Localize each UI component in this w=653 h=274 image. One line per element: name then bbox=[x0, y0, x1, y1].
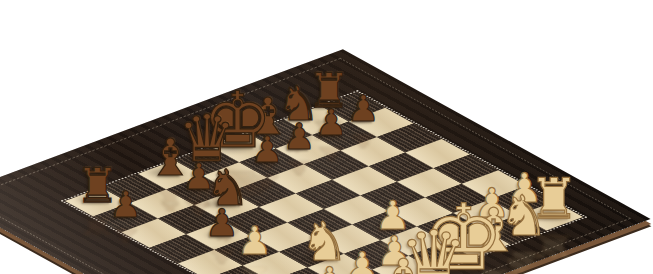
black-pawn-a7: ♟ bbox=[110, 187, 142, 223]
black-pawn-h7: ♟ bbox=[347, 92, 379, 128]
pieces-layer: ♜♝♛♚♝♞♜♟♟♟♟♟♟♞♟♟♞♟♟♟♟♟♟♟♜♝♛♚♝♞♜ bbox=[0, 0, 653, 274]
white-pawn-b4: ♟ bbox=[237, 222, 272, 261]
black-pawn-e7: ♟ bbox=[251, 133, 283, 169]
black-pawn-b5: ♟ bbox=[205, 205, 239, 243]
white-pawn-c2: ♟ bbox=[344, 246, 380, 274]
black-pawn-f7: ♟ bbox=[283, 119, 315, 155]
white-pawn-b2: ♟ bbox=[311, 262, 347, 274]
white-bishop-c1: ♝ bbox=[376, 252, 430, 274]
chess-set-product-photo: Wooden Staunton chess set on an ebony an… bbox=[0, 0, 653, 274]
black-pawn-g7: ♟ bbox=[315, 105, 347, 141]
